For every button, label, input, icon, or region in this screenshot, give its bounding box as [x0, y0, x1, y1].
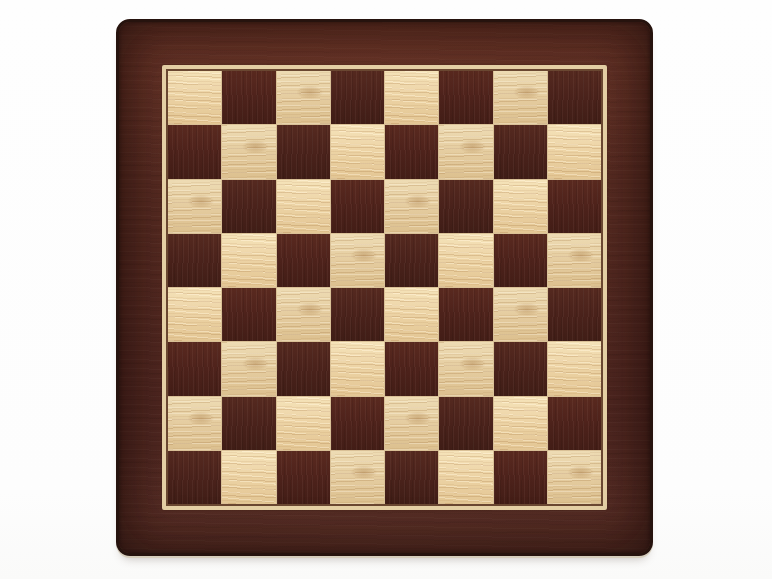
square-c5[interactable] [277, 234, 330, 287]
square-b8[interactable] [222, 71, 275, 124]
square-f6[interactable] [439, 180, 492, 233]
square-h3[interactable] [548, 342, 601, 395]
square-a1[interactable] [168, 451, 221, 504]
chess-board [116, 19, 653, 556]
square-b7[interactable] [222, 125, 275, 178]
square-h5[interactable] [548, 234, 601, 287]
square-d6[interactable] [331, 180, 384, 233]
square-d2[interactable] [331, 397, 384, 450]
square-f5[interactable] [439, 234, 492, 287]
square-e3[interactable] [385, 342, 438, 395]
square-f3[interactable] [439, 342, 492, 395]
square-b1[interactable] [222, 451, 275, 504]
square-f7[interactable] [439, 125, 492, 178]
square-g6[interactable] [494, 180, 547, 233]
square-c3[interactable] [277, 342, 330, 395]
square-a3[interactable] [168, 342, 221, 395]
square-g3[interactable] [494, 342, 547, 395]
square-c7[interactable] [277, 125, 330, 178]
square-a2[interactable] [168, 397, 221, 450]
square-b3[interactable] [222, 342, 275, 395]
inlay-border [162, 65, 607, 510]
square-h4[interactable] [548, 288, 601, 341]
square-g4[interactable] [494, 288, 547, 341]
square-b5[interactable] [222, 234, 275, 287]
square-a6[interactable] [168, 180, 221, 233]
square-f2[interactable] [439, 397, 492, 450]
square-e1[interactable] [385, 451, 438, 504]
square-g7[interactable] [494, 125, 547, 178]
square-b2[interactable] [222, 397, 275, 450]
square-e5[interactable] [385, 234, 438, 287]
playing-field [166, 69, 603, 506]
square-e4[interactable] [385, 288, 438, 341]
square-d1[interactable] [331, 451, 384, 504]
square-e2[interactable] [385, 397, 438, 450]
square-h8[interactable] [548, 71, 601, 124]
square-b4[interactable] [222, 288, 275, 341]
square-e6[interactable] [385, 180, 438, 233]
square-g5[interactable] [494, 234, 547, 287]
square-d4[interactable] [331, 288, 384, 341]
square-a7[interactable] [168, 125, 221, 178]
square-g8[interactable] [494, 71, 547, 124]
square-h2[interactable] [548, 397, 601, 450]
square-g1[interactable] [494, 451, 547, 504]
square-d5[interactable] [331, 234, 384, 287]
square-a4[interactable] [168, 288, 221, 341]
square-f8[interactable] [439, 71, 492, 124]
square-d7[interactable] [331, 125, 384, 178]
square-a8[interactable] [168, 71, 221, 124]
square-h6[interactable] [548, 180, 601, 233]
square-d3[interactable] [331, 342, 384, 395]
photo-background [0, 0, 772, 579]
square-c6[interactable] [277, 180, 330, 233]
square-g2[interactable] [494, 397, 547, 450]
square-a5[interactable] [168, 234, 221, 287]
square-d8[interactable] [331, 71, 384, 124]
square-h7[interactable] [548, 125, 601, 178]
square-c4[interactable] [277, 288, 330, 341]
square-e7[interactable] [385, 125, 438, 178]
square-h1[interactable] [548, 451, 601, 504]
square-e8[interactable] [385, 71, 438, 124]
square-c1[interactable] [277, 451, 330, 504]
square-f1[interactable] [439, 451, 492, 504]
square-c2[interactable] [277, 397, 330, 450]
square-b6[interactable] [222, 180, 275, 233]
square-f4[interactable] [439, 288, 492, 341]
square-c8[interactable] [277, 71, 330, 124]
